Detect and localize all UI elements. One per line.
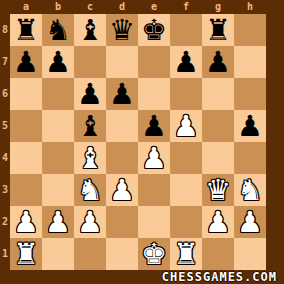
black-pawn-g7: ♟ xyxy=(205,46,231,78)
square-d2[interactable] xyxy=(106,206,138,238)
square-g4[interactable] xyxy=(202,142,234,174)
file-label-f: f xyxy=(170,0,202,14)
rank-label-8: 8 xyxy=(0,14,10,46)
square-e5[interactable]: ♟ xyxy=(138,110,170,142)
square-c1[interactable] xyxy=(74,238,106,270)
square-h2[interactable]: ♟ xyxy=(234,206,266,238)
square-e2[interactable] xyxy=(138,206,170,238)
white-pawn-e4: ♟ xyxy=(141,142,167,174)
file-label-g: g xyxy=(202,0,234,14)
square-c8[interactable]: ♝ xyxy=(74,14,106,46)
black-pawn-a7: ♟ xyxy=(13,46,39,78)
square-e4[interactable]: ♟ xyxy=(138,142,170,174)
square-c4[interactable]: ♝ xyxy=(74,142,106,174)
black-pawn-d6: ♟ xyxy=(109,78,135,110)
rank-labels: 87654321 xyxy=(0,14,10,270)
square-b5[interactable] xyxy=(42,110,74,142)
square-g7[interactable]: ♟ xyxy=(202,46,234,78)
square-a5[interactable] xyxy=(10,110,42,142)
rank-label-2: 2 xyxy=(0,206,10,238)
square-d1[interactable] xyxy=(106,238,138,270)
white-king-e1: ♚ xyxy=(141,238,167,270)
square-h3[interactable]: ♞ xyxy=(234,174,266,206)
white-pawn-b2: ♟ xyxy=(45,206,71,238)
rank-label-1: 1 xyxy=(0,238,10,270)
black-king-e8: ♚ xyxy=(141,14,167,46)
rank-label-6: 6 xyxy=(0,78,10,110)
chessboard-frame: abcdefgh 87654321 ♜♞♝♛♚♜♟♟♟♟♟♟♝♟♟♟♝♟♞♟♛♞… xyxy=(0,0,284,284)
black-pawn-f7: ♟ xyxy=(173,46,199,78)
black-bishop-c8: ♝ xyxy=(77,14,103,46)
square-f4[interactable] xyxy=(170,142,202,174)
square-a1[interactable]: ♜ xyxy=(10,238,42,270)
file-label-e: e xyxy=(138,0,170,14)
square-e8[interactable]: ♚ xyxy=(138,14,170,46)
square-b3[interactable] xyxy=(42,174,74,206)
square-f6[interactable] xyxy=(170,78,202,110)
white-pawn-d3: ♟ xyxy=(109,174,135,206)
square-g8[interactable]: ♜ xyxy=(202,14,234,46)
rank-label-3: 3 xyxy=(0,174,10,206)
rank-label-5: 5 xyxy=(0,110,10,142)
square-h8[interactable] xyxy=(234,14,266,46)
square-h1[interactable] xyxy=(234,238,266,270)
white-pawn-a2: ♟ xyxy=(13,206,39,238)
black-knight-b8: ♞ xyxy=(45,14,71,46)
square-g3[interactable]: ♛ xyxy=(202,174,234,206)
black-rook-g8: ♜ xyxy=(205,14,231,46)
square-a2[interactable]: ♟ xyxy=(10,206,42,238)
white-pawn-h2: ♟ xyxy=(237,206,263,238)
square-d3[interactable]: ♟ xyxy=(106,174,138,206)
square-e6[interactable] xyxy=(138,78,170,110)
square-a6[interactable] xyxy=(10,78,42,110)
square-a8[interactable]: ♜ xyxy=(10,14,42,46)
square-a7[interactable]: ♟ xyxy=(10,46,42,78)
square-f1[interactable]: ♜ xyxy=(170,238,202,270)
square-f2[interactable] xyxy=(170,206,202,238)
square-h4[interactable] xyxy=(234,142,266,174)
file-label-b: b xyxy=(42,0,74,14)
square-c5[interactable]: ♝ xyxy=(74,110,106,142)
file-label-d: d xyxy=(106,0,138,14)
square-d7[interactable] xyxy=(106,46,138,78)
square-c3[interactable]: ♞ xyxy=(74,174,106,206)
white-pawn-c2: ♟ xyxy=(77,206,103,238)
white-knight-h3: ♞ xyxy=(237,174,263,206)
black-queen-d8: ♛ xyxy=(109,14,135,46)
square-f3[interactable] xyxy=(170,174,202,206)
file-label-h: h xyxy=(234,0,266,14)
file-labels: abcdefgh xyxy=(10,0,266,14)
square-c6[interactable]: ♟ xyxy=(74,78,106,110)
black-pawn-b7: ♟ xyxy=(45,46,71,78)
square-d5[interactable] xyxy=(106,110,138,142)
black-bishop-c5: ♝ xyxy=(77,110,103,142)
white-pawn-g2: ♟ xyxy=(205,206,231,238)
square-h7[interactable] xyxy=(234,46,266,78)
square-b2[interactable]: ♟ xyxy=(42,206,74,238)
black-pawn-e5: ♟ xyxy=(141,110,167,142)
white-knight-c3: ♞ xyxy=(77,174,103,206)
white-pawn-f5: ♟ xyxy=(173,110,199,142)
square-c2[interactable]: ♟ xyxy=(74,206,106,238)
black-pawn-c6: ♟ xyxy=(77,78,103,110)
black-pawn-h5: ♟ xyxy=(237,110,263,142)
file-label-c: c xyxy=(74,0,106,14)
white-bishop-c4: ♝ xyxy=(77,142,103,174)
site-watermark: CHESSGAMES.COM xyxy=(162,270,277,284)
square-e1[interactable]: ♚ xyxy=(138,238,170,270)
square-b8[interactable]: ♞ xyxy=(42,14,74,46)
black-rook-a8: ♜ xyxy=(13,14,39,46)
white-rook-a1: ♜ xyxy=(13,238,39,270)
file-label-a: a xyxy=(10,0,42,14)
square-g1[interactable] xyxy=(202,238,234,270)
square-e7[interactable] xyxy=(138,46,170,78)
white-rook-f1: ♜ xyxy=(173,238,199,270)
square-e3[interactable] xyxy=(138,174,170,206)
square-a3[interactable] xyxy=(10,174,42,206)
square-b7[interactable]: ♟ xyxy=(42,46,74,78)
square-h5[interactable]: ♟ xyxy=(234,110,266,142)
square-b4[interactable] xyxy=(42,142,74,174)
square-f5[interactable]: ♟ xyxy=(170,110,202,142)
square-d8[interactable]: ♛ xyxy=(106,14,138,46)
square-h6[interactable] xyxy=(234,78,266,110)
rank-label-7: 7 xyxy=(0,46,10,78)
white-queen-g3: ♛ xyxy=(205,174,231,206)
square-f7[interactable]: ♟ xyxy=(170,46,202,78)
rank-label-4: 4 xyxy=(0,142,10,174)
square-d4[interactable] xyxy=(106,142,138,174)
chess-board: ♜♞♝♛♚♜♟♟♟♟♟♟♝♟♟♟♝♟♞♟♛♞♟♟♟♟♟♜♚♜ xyxy=(10,14,266,270)
square-b1[interactable] xyxy=(42,238,74,270)
square-g6[interactable] xyxy=(202,78,234,110)
square-a4[interactable] xyxy=(10,142,42,174)
square-f8[interactable] xyxy=(170,14,202,46)
square-g5[interactable] xyxy=(202,110,234,142)
square-d6[interactable]: ♟ xyxy=(106,78,138,110)
square-g2[interactable]: ♟ xyxy=(202,206,234,238)
square-b6[interactable] xyxy=(42,78,74,110)
square-c7[interactable] xyxy=(74,46,106,78)
